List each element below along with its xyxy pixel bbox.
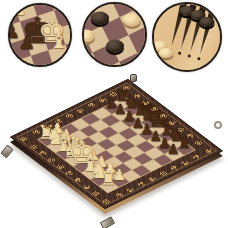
brass-latch-knob <box>130 74 137 82</box>
border-ornament <box>65 113 75 119</box>
carry-ring <box>214 121 222 129</box>
dark-backgammon-checker <box>199 17 214 27</box>
border-ornament <box>191 154 201 160</box>
border-ornament <box>204 148 214 154</box>
black-pawn: ♟ <box>18 33 35 52</box>
border-ornament <box>114 192 124 198</box>
border-ornament <box>82 184 92 190</box>
border-ornament <box>147 176 157 182</box>
brass-hinge <box>100 216 115 228</box>
inset-checkers-closeup <box>82 2 147 67</box>
border-ornament <box>75 108 85 114</box>
border-ornament <box>19 136 29 142</box>
border-ornament <box>101 198 111 204</box>
white-rook: ♜ <box>100 169 117 188</box>
peg-dot <box>178 51 182 55</box>
border-ornament <box>56 164 66 170</box>
black-pawn: ♟ <box>167 142 180 156</box>
square-h1: ♜ <box>100 181 118 192</box>
inset-backgammon-closeup <box>152 2 222 72</box>
border-ornament <box>91 190 101 196</box>
border-ornament <box>169 165 179 171</box>
peg-dot <box>197 57 201 61</box>
border-ornament <box>47 157 57 163</box>
peg-dot <box>187 54 191 58</box>
border-ornament <box>158 170 168 176</box>
dark-checker-disc <box>91 12 109 25</box>
product-photo: ♟♟♚♟♚♝ ♜♞♝♛♚♝♞♜♟♟♟♟♟♟♟♟♟♟♟♟♟♟♟♟♜♞♝♛♚♝♞♜ <box>0 0 228 228</box>
border-ornament <box>194 140 204 146</box>
light-backgammon-checker <box>158 48 173 58</box>
border-ornament <box>38 150 48 156</box>
border-ornament <box>64 170 74 176</box>
light-checker-disc <box>123 14 141 27</box>
border-ornament <box>86 102 96 108</box>
inset-chess-closeup: ♟♟♚♟♚♝ <box>8 3 72 67</box>
chessboard: ♜♞♝♛♚♝♞♜♟♟♟♟♟♟♟♟♟♟♟♟♟♟♟♟♜♞♝♛♚♝♞♜ <box>10 79 223 209</box>
border-ornament <box>125 187 135 193</box>
dark-checker-disc <box>106 40 124 53</box>
border-ornament <box>136 181 146 187</box>
border-ornament <box>180 160 190 166</box>
border-ornament <box>29 144 39 150</box>
white-bishop: ♝ <box>49 30 69 52</box>
border-ornament <box>73 177 83 183</box>
